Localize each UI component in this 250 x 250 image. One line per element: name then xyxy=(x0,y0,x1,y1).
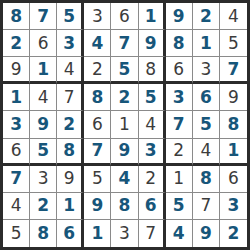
cell-r8c8[interactable]: 7 xyxy=(193,193,220,220)
cell-r6c9[interactable]: 1 xyxy=(220,139,247,166)
cell-r8c9[interactable]: 3 xyxy=(220,193,247,220)
cell-r9c9[interactable]: 2 xyxy=(220,220,247,247)
cell-r6c6[interactable]: 3 xyxy=(139,139,166,166)
cell-r7c7[interactable]: 1 xyxy=(166,166,193,193)
cell-r2c9[interactable]: 5 xyxy=(220,30,247,57)
cell-r1c1[interactable]: 8 xyxy=(3,3,30,30)
cell-r6c1[interactable]: 6 xyxy=(3,139,30,166)
cell-r9c3[interactable]: 6 xyxy=(57,220,84,247)
cell-r3c9[interactable]: 7 xyxy=(220,57,247,84)
cell-r5c3[interactable]: 2 xyxy=(57,111,84,138)
cell-r1c9[interactable]: 4 xyxy=(220,3,247,30)
cell-r8c1[interactable]: 4 xyxy=(3,193,30,220)
cell-r3c2[interactable]: 1 xyxy=(30,57,57,84)
cell-r8c5[interactable]: 8 xyxy=(111,193,138,220)
cell-r7c1[interactable]: 7 xyxy=(3,166,30,193)
cell-r2c3[interactable]: 3 xyxy=(57,30,84,57)
cell-r5c5[interactable]: 1 xyxy=(111,111,138,138)
cell-r1c4[interactable]: 3 xyxy=(84,3,111,30)
cell-r6c7[interactable]: 2 xyxy=(166,139,193,166)
cell-r1c5[interactable]: 6 xyxy=(111,3,138,30)
cell-r7c9[interactable]: 6 xyxy=(220,166,247,193)
cell-r9c1[interactable]: 5 xyxy=(3,220,30,247)
cell-r4c5[interactable]: 2 xyxy=(111,84,138,111)
cell-r5c6[interactable]: 4 xyxy=(139,111,166,138)
cell-r7c8[interactable]: 8 xyxy=(193,166,220,193)
cell-r2c4[interactable]: 4 xyxy=(84,30,111,57)
cell-r3c6[interactable]: 8 xyxy=(139,57,166,84)
cell-r5c4[interactable]: 6 xyxy=(84,111,111,138)
cell-r3c1[interactable]: 9 xyxy=(3,57,30,84)
cell-r4c3[interactable]: 7 xyxy=(57,84,84,111)
cell-r4c1[interactable]: 1 xyxy=(3,84,30,111)
cell-r7c6[interactable]: 2 xyxy=(139,166,166,193)
cell-r2c5[interactable]: 7 xyxy=(111,30,138,57)
cell-r2c8[interactable]: 1 xyxy=(193,30,220,57)
cell-r4c9[interactable]: 9 xyxy=(220,84,247,111)
cell-r7c4[interactable]: 5 xyxy=(84,166,111,193)
cell-r1c8[interactable]: 2 xyxy=(193,3,220,30)
cell-r6c4[interactable]: 7 xyxy=(84,139,111,166)
sudoku-board: 8753619242634798159142586371478253693926… xyxy=(0,0,250,250)
cell-r3c7[interactable]: 6 xyxy=(166,57,193,84)
cell-r4c8[interactable]: 6 xyxy=(193,84,220,111)
cell-r4c6[interactable]: 5 xyxy=(139,84,166,111)
cell-r7c5[interactable]: 4 xyxy=(111,166,138,193)
cell-r1c2[interactable]: 7 xyxy=(30,3,57,30)
cell-r5c9[interactable]: 8 xyxy=(220,111,247,138)
cell-r5c8[interactable]: 5 xyxy=(193,111,220,138)
cell-r3c3[interactable]: 4 xyxy=(57,57,84,84)
cell-r1c7[interactable]: 9 xyxy=(166,3,193,30)
cell-r2c2[interactable]: 6 xyxy=(30,30,57,57)
cell-r9c2[interactable]: 8 xyxy=(30,220,57,247)
cell-r2c1[interactable]: 2 xyxy=(3,30,30,57)
cell-r9c6[interactable]: 7 xyxy=(139,220,166,247)
cell-r6c5[interactable]: 9 xyxy=(111,139,138,166)
cell-r9c8[interactable]: 9 xyxy=(193,220,220,247)
cell-r4c7[interactable]: 3 xyxy=(166,84,193,111)
cell-r1c6[interactable]: 1 xyxy=(139,3,166,30)
cell-r3c4[interactable]: 2 xyxy=(84,57,111,84)
cell-r4c4[interactable]: 8 xyxy=(84,84,111,111)
cell-r3c5[interactable]: 5 xyxy=(111,57,138,84)
cell-r5c1[interactable]: 3 xyxy=(3,111,30,138)
cell-r3c8[interactable]: 3 xyxy=(193,57,220,84)
cell-r1c3[interactable]: 5 xyxy=(57,3,84,30)
cell-r8c2[interactable]: 2 xyxy=(30,193,57,220)
cell-r7c2[interactable]: 3 xyxy=(30,166,57,193)
cell-r6c3[interactable]: 8 xyxy=(57,139,84,166)
cell-r8c7[interactable]: 5 xyxy=(166,193,193,220)
cell-r4c2[interactable]: 4 xyxy=(30,84,57,111)
cell-r9c5[interactable]: 3 xyxy=(111,220,138,247)
cell-r2c7[interactable]: 8 xyxy=(166,30,193,57)
cell-r8c4[interactable]: 9 xyxy=(84,193,111,220)
cell-r5c7[interactable]: 7 xyxy=(166,111,193,138)
cell-r8c3[interactable]: 1 xyxy=(57,193,84,220)
cell-r8c6[interactable]: 6 xyxy=(139,193,166,220)
cell-r9c7[interactable]: 4 xyxy=(166,220,193,247)
cell-r2c6[interactable]: 9 xyxy=(139,30,166,57)
cell-r9c4[interactable]: 1 xyxy=(84,220,111,247)
cell-r5c2[interactable]: 9 xyxy=(30,111,57,138)
cell-r6c8[interactable]: 4 xyxy=(193,139,220,166)
cell-r7c3[interactable]: 9 xyxy=(57,166,84,193)
cell-r6c2[interactable]: 5 xyxy=(30,139,57,166)
